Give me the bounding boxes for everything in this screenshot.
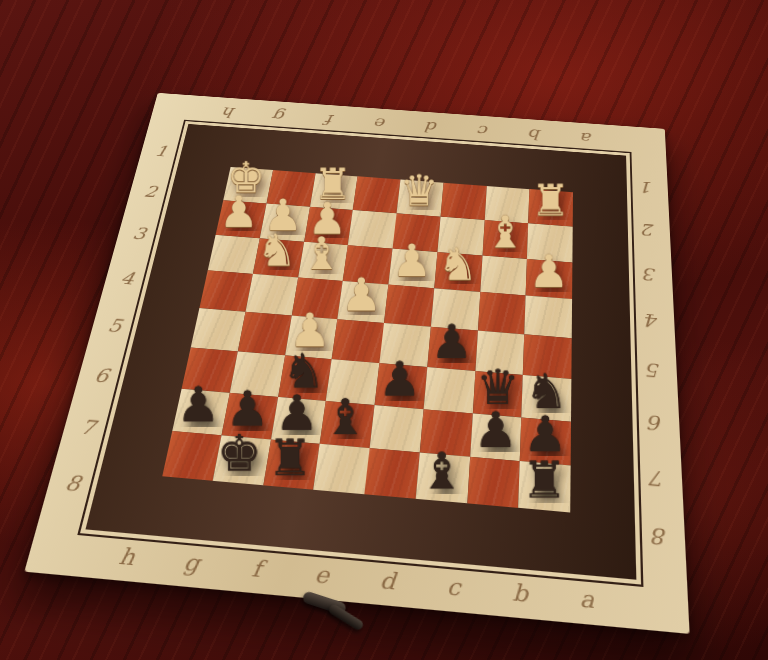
square-b7[interactable]: ♟: [470, 413, 522, 461]
file-label-c: c: [419, 564, 488, 610]
file-label-a: a: [553, 577, 621, 623]
file-label-f: f: [221, 547, 292, 592]
square-d8[interactable]: [364, 448, 419, 498]
square-a1[interactable]: ♜: [528, 189, 573, 226]
rank-label-2: 2: [631, 207, 667, 253]
white-rook[interactable]: ♜: [529, 176, 573, 225]
square-b8[interactable]: [467, 457, 520, 508]
square-g8[interactable]: ♚: [212, 436, 270, 486]
square-c5[interactable]: ♟: [427, 327, 477, 371]
black-rook[interactable]: ♜: [264, 429, 315, 486]
square-e8[interactable]: [313, 444, 369, 494]
square-c3[interactable]: ♞: [434, 252, 482, 292]
white-pawn[interactable]: ♟: [338, 269, 385, 321]
rank-label-8: 8: [639, 505, 682, 569]
black-bishop[interactable]: ♝: [321, 390, 371, 445]
black-rook[interactable]: ♜: [519, 451, 570, 508]
rank-label-7: 7: [637, 448, 679, 508]
black-pawn[interactable]: ♟: [428, 315, 476, 368]
file-label-f: f: [303, 106, 358, 133]
black-bishop[interactable]: ♝: [416, 443, 467, 500]
square-c8[interactable]: ♝: [415, 453, 469, 504]
square-h3[interactable]: [208, 235, 260, 275]
chess-board-scene: hgfedcba hgfedcba 12345678 12345678 ♚♜♛♜…: [24, 93, 689, 634]
rank-label-2: 2: [129, 170, 173, 214]
square-f8[interactable]: ♜: [263, 440, 320, 490]
white-knight[interactable]: ♞: [254, 225, 299, 275]
square-c1[interactable]: [440, 183, 486, 220]
black-pawn[interactable]: ♟: [375, 351, 424, 405]
white-bishop[interactable]: ♝: [483, 207, 528, 257]
black-pawn[interactable]: ♟: [174, 377, 223, 432]
square-e1[interactable]: [353, 176, 400, 213]
square-a3[interactable]: ♟: [526, 259, 573, 300]
file-label-a: a: [561, 124, 613, 152]
square-g3[interactable]: ♞: [253, 238, 304, 278]
rank-labels-right: 12345678: [630, 166, 682, 569]
black-king[interactable]: ♚: [214, 425, 265, 481]
file-label-d: d: [405, 113, 459, 140]
square-e7[interactable]: ♝: [320, 401, 375, 449]
board-frame: hgfedcba hgfedcba 12345678 12345678 ♚♜♛♜…: [24, 93, 689, 634]
file-label-c: c: [457, 117, 510, 145]
square-e4[interactable]: ♟: [338, 281, 389, 323]
white-pawn[interactable]: ♟: [389, 235, 435, 286]
rank-label-4: 4: [633, 295, 671, 346]
rank-label-1: 1: [140, 131, 183, 173]
square-d6[interactable]: ♟: [375, 363, 427, 409]
rank-label-5: 5: [635, 343, 674, 397]
square-h8[interactable]: [162, 431, 221, 480]
file-label-b: b: [509, 121, 562, 149]
file-label-d: d: [352, 559, 422, 605]
rank-label-6: 6: [636, 394, 676, 451]
chess-board-grid: ♚♜♛♜♟♟♟♝♞♝♟♞♟♟♟♟♞♟♛♞♟♟♟♝♟♟♚♜♝♜: [162, 167, 573, 513]
file-label-g: g: [252, 103, 307, 130]
walnut-border-band: ♚♜♛♜♟♟♟♝♞♝♟♞♟♟♟♟♞♟♛♞♟♟♟♝♟♟♚♜♝♜: [85, 124, 636, 580]
file-label-h: h: [201, 99, 257, 126]
square-d1[interactable]: ♛: [397, 180, 444, 217]
square-a8[interactable]: ♜: [518, 461, 570, 512]
file-label-b: b: [486, 571, 554, 617]
square-c6[interactable]: [423, 367, 475, 413]
square-d7[interactable]: [370, 405, 424, 453]
rank-label-3: 3: [117, 211, 162, 257]
white-pawn[interactable]: ♟: [526, 246, 572, 297]
rank-label-3: 3: [632, 250, 669, 298]
file-label-g: g: [155, 541, 227, 586]
square-b2[interactable]: ♝: [482, 220, 528, 259]
white-queen[interactable]: ♛: [397, 166, 441, 215]
square-b3[interactable]: [480, 255, 527, 296]
rank-label-1: 1: [630, 166, 665, 210]
black-pawn[interactable]: ♟: [470, 402, 520, 458]
white-knight[interactable]: ♞: [435, 239, 481, 290]
file-label-h: h: [90, 535, 163, 579]
square-a4[interactable]: [524, 296, 572, 338]
square-d4[interactable]: [384, 285, 434, 327]
square-h4[interactable]: [199, 271, 252, 312]
square-d3[interactable]: ♟: [388, 248, 437, 288]
file-label-e: e: [354, 110, 408, 137]
square-h5[interactable]: [191, 308, 246, 351]
square-b4[interactable]: [477, 292, 525, 334]
